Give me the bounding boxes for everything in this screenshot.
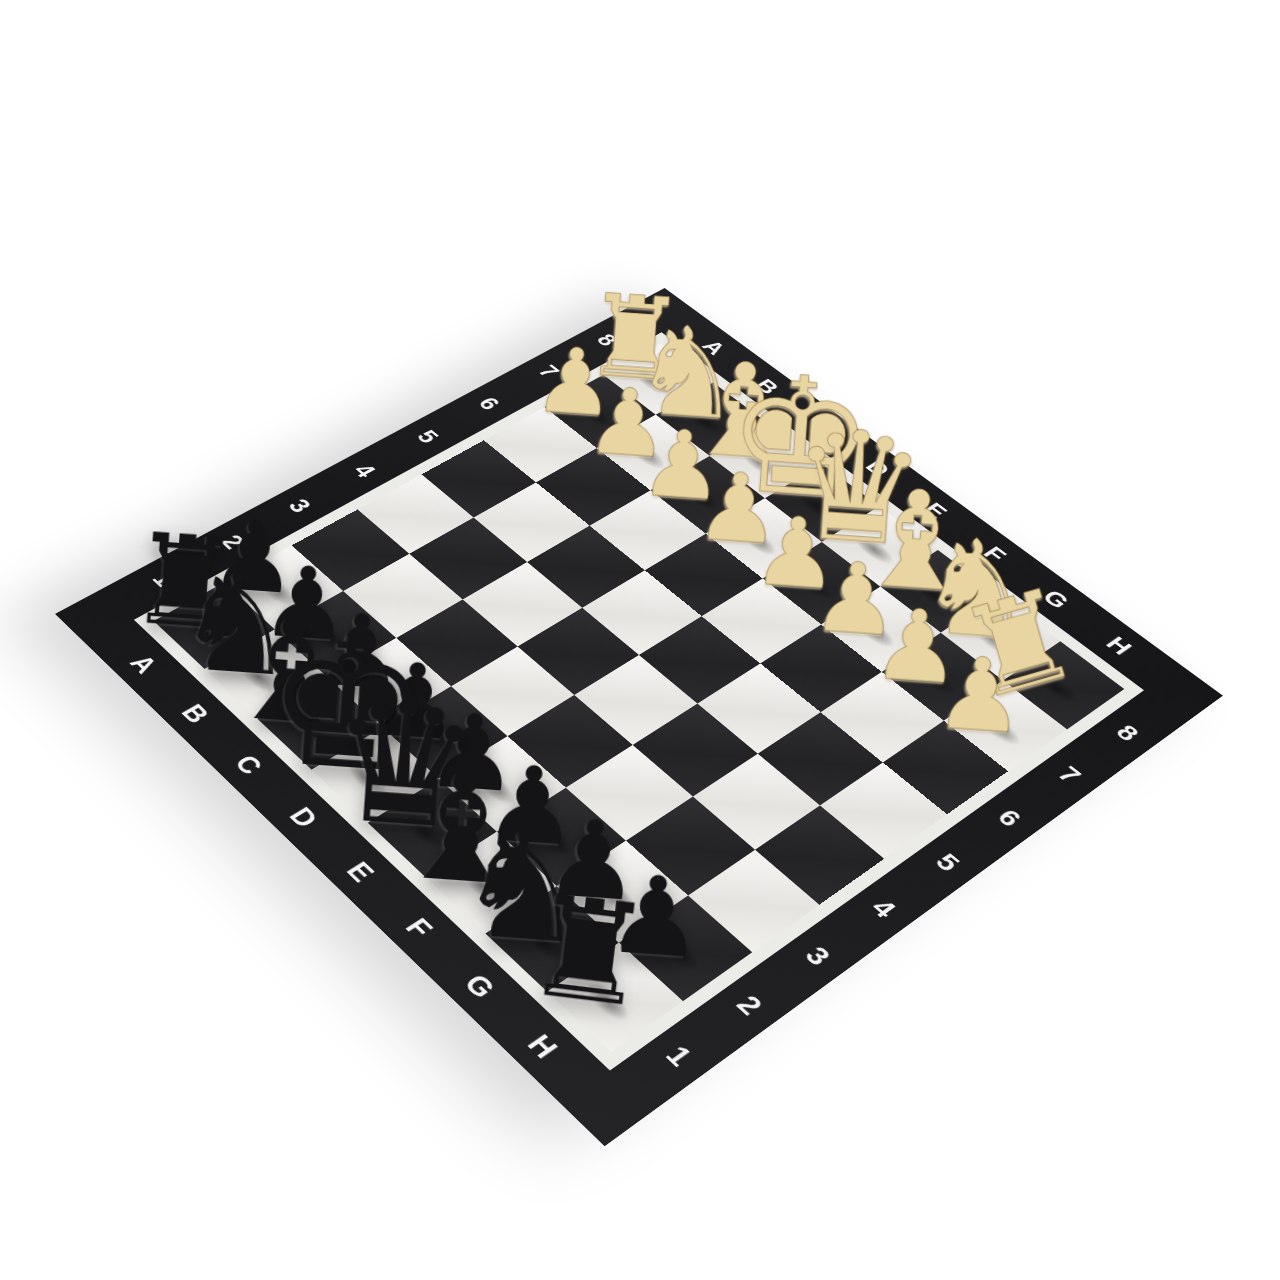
photo-scene: ♜♞♝♚♛♝♞♜♟♟♟♟♟♟♟♟♟♟♟♟♟♟♟♟♜♞♝♚♛♝♞♜ AABBCCD… <box>0 0 1280 1280</box>
board-squares: ♜♞♝♚♛♝♞♜♟♟♟♟♟♟♟♟♟♟♟♟♟♟♟♟♜♞♝♚♛♝♞♜ <box>154 343 1125 1052</box>
black-rook-h1: ♜ <box>518 874 659 1028</box>
chess-mat: ♜♞♝♚♛♝♞♜♟♟♟♟♟♟♟♟♟♟♟♟♟♟♟♟♜♞♝♚♛♝♞♜ AABBCCD… <box>55 288 1223 1146</box>
cream-pawn-h7: ♟ <box>932 642 1029 748</box>
board-inner-margin: ♜♞♝♚♛♝♞♜♟♟♟♟♟♟♟♟♟♟♟♟♟♟♟♟♜♞♝♚♛♝♞♜ <box>134 332 1144 1070</box>
